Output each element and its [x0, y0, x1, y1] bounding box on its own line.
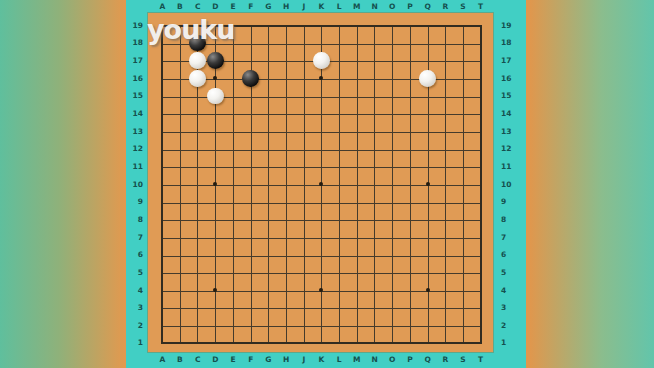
youku-watermark: youku	[147, 14, 235, 45]
row-label: 11	[126, 158, 145, 176]
column-label: P	[401, 0, 419, 13]
column-label: T	[472, 353, 490, 367]
row-label: 14	[126, 105, 145, 123]
row-label: 18	[126, 34, 145, 52]
row-label: 19	[126, 17, 145, 35]
row-label: 1	[126, 334, 145, 352]
column-label: P	[401, 353, 419, 367]
row-label: 1	[494, 334, 520, 352]
row-label: 14	[494, 105, 520, 123]
stone-white-K17	[313, 52, 330, 69]
row-label: 9	[126, 193, 145, 211]
column-label: B	[171, 353, 189, 367]
row-label: 16	[126, 70, 145, 88]
column-label: G	[260, 353, 278, 367]
column-label: A	[153, 353, 171, 367]
column-label: R	[436, 0, 454, 13]
star-point-Q4	[426, 288, 430, 292]
column-label: O	[383, 0, 401, 13]
row-label: 6	[494, 246, 520, 264]
star-point-D4	[213, 288, 217, 292]
column-label: R	[436, 353, 454, 367]
column-labels-top: ABCDEFGHJKLMNOPQRST	[153, 0, 489, 13]
stone-black-D17	[207, 52, 224, 69]
star-point-Q10	[426, 182, 430, 186]
row-label: 13	[126, 123, 145, 141]
row-label: 18	[494, 34, 520, 52]
row-label: 11	[494, 158, 520, 176]
stone-white-Q16	[419, 70, 436, 87]
column-label: S	[454, 0, 472, 13]
column-label: J	[295, 353, 313, 367]
column-label: Q	[419, 0, 437, 13]
stone-white-D15	[207, 88, 224, 105]
row-label: 13	[494, 123, 520, 141]
column-label: C	[189, 0, 207, 13]
column-label: N	[366, 353, 384, 367]
column-label: G	[260, 0, 278, 13]
star-point-D10	[213, 182, 217, 186]
column-label: S	[454, 353, 472, 367]
go-board-grid[interactable]	[153, 17, 489, 352]
stone-white-C16	[189, 70, 206, 87]
column-label: M	[348, 0, 366, 13]
row-label: 4	[494, 282, 520, 300]
column-label: H	[277, 353, 295, 367]
row-label: 15	[126, 87, 145, 105]
column-label: A	[153, 0, 171, 13]
column-label: K	[313, 0, 331, 13]
row-label: 2	[126, 317, 145, 335]
row-label: 5	[126, 264, 145, 282]
column-label: C	[189, 353, 207, 367]
row-label: 4	[126, 282, 145, 300]
row-label: 3	[126, 299, 145, 317]
row-label: 12	[126, 140, 145, 158]
row-label: 3	[494, 299, 520, 317]
row-label: 12	[494, 140, 520, 158]
row-label: 5	[494, 264, 520, 282]
row-label: 8	[126, 211, 145, 229]
stone-black-F16	[242, 70, 259, 87]
row-label: 16	[494, 70, 520, 88]
row-label: 8	[494, 211, 520, 229]
column-label: N	[366, 0, 384, 13]
column-label: L	[330, 353, 348, 367]
column-label: F	[242, 0, 260, 13]
row-label: 10	[494, 176, 520, 194]
column-label: L	[330, 0, 348, 13]
column-label: Q	[419, 353, 437, 367]
column-label: E	[224, 353, 242, 367]
row-label: 10	[126, 176, 145, 194]
column-label: M	[348, 353, 366, 367]
stone-white-C17	[189, 52, 206, 69]
column-label: E	[224, 0, 242, 13]
row-label: 17	[494, 52, 520, 70]
star-point-K10	[319, 182, 323, 186]
row-label: 7	[126, 229, 145, 247]
row-label: 17	[126, 52, 145, 70]
row-label: 9	[494, 193, 520, 211]
column-label: F	[242, 353, 260, 367]
star-point-K4	[319, 288, 323, 292]
row-labels-left: 19181716151413121110987654321	[126, 17, 145, 352]
column-label: O	[383, 353, 401, 367]
row-label: 7	[494, 229, 520, 247]
column-label: B	[171, 0, 189, 13]
row-label: 19	[494, 17, 520, 35]
row-label: 6	[126, 246, 145, 264]
row-labels-right: 19181716151413121110987654321	[494, 17, 520, 352]
column-label: T	[472, 0, 490, 13]
column-label: D	[207, 0, 225, 13]
column-labels-bottom: ABCDEFGHJKLMNOPQRST	[153, 353, 489, 367]
star-point-K16	[319, 76, 323, 80]
row-label: 2	[494, 317, 520, 335]
column-label: H	[277, 0, 295, 13]
star-point-D16	[213, 76, 217, 80]
column-label: K	[313, 353, 331, 367]
column-label: D	[207, 353, 225, 367]
video-frame: { "game": "go", "board": { "size": 19, "…	[0, 0, 654, 368]
row-label: 15	[494, 87, 520, 105]
column-label: J	[295, 0, 313, 13]
